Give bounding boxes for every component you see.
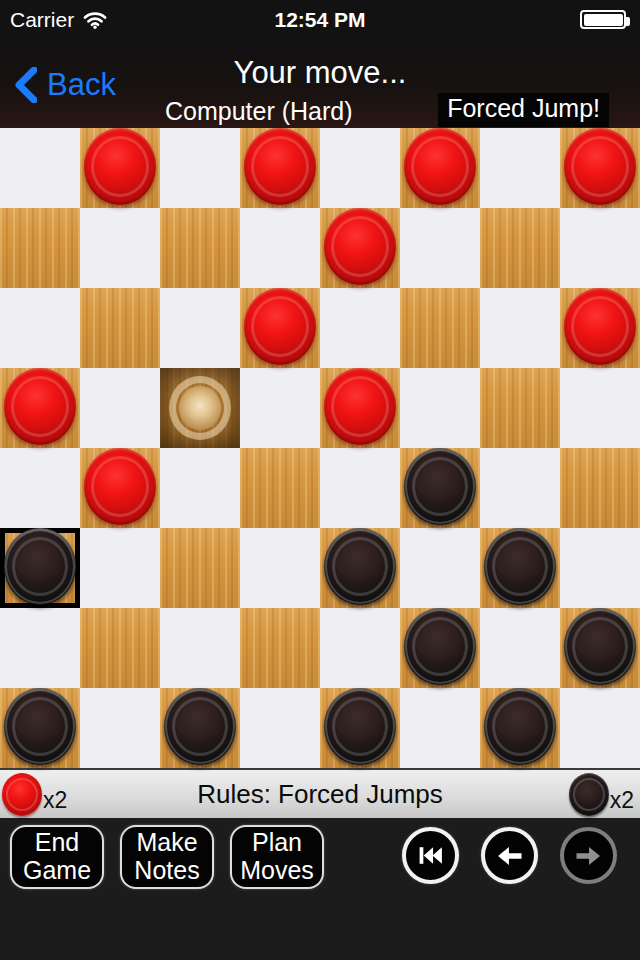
battery-fill	[584, 14, 623, 26]
red-piece[interactable]	[244, 128, 316, 205]
square-r4c6	[480, 448, 560, 528]
square-r6c7[interactable]	[560, 608, 640, 688]
square-r7c5	[400, 688, 480, 768]
black-piece[interactable]	[484, 688, 556, 765]
square-r1c5	[400, 208, 480, 288]
square-r5c5	[400, 528, 480, 608]
square-r2c1[interactable]	[80, 288, 160, 368]
square-r5c1	[80, 528, 160, 608]
red-piece-icon	[2, 773, 42, 816]
rules-label: Rules: Forced Jumps	[0, 779, 640, 810]
button-label: Game	[23, 856, 91, 885]
red-piece[interactable]	[4, 368, 76, 445]
square-r0c6	[480, 128, 560, 208]
button-label: Make	[136, 828, 197, 857]
square-r4c0	[0, 448, 80, 528]
square-r0c0	[0, 128, 80, 208]
black-captured-count: x2	[569, 773, 634, 816]
square-r4c5[interactable]	[400, 448, 480, 528]
button-label: Moves	[240, 856, 314, 885]
square-r1c6[interactable]	[480, 208, 560, 288]
square-r2c0	[0, 288, 80, 368]
rewind-icon	[417, 844, 445, 867]
black-piece[interactable]	[4, 688, 76, 765]
square-r0c3[interactable]	[240, 128, 320, 208]
back-arrow-icon	[495, 844, 524, 868]
red-piece[interactable]	[324, 208, 396, 285]
forced-jump-badge: Forced Jump!	[438, 93, 609, 127]
square-r7c4[interactable]	[320, 688, 400, 768]
square-r2c3[interactable]	[240, 288, 320, 368]
square-r4c2	[160, 448, 240, 528]
ghost-piece	[179, 386, 221, 430]
button-label: End	[35, 828, 79, 857]
square-r1c1	[80, 208, 160, 288]
square-r2c7[interactable]	[560, 288, 640, 368]
toolbar-button-group: End Game Make Notes Plan Moves	[10, 825, 324, 889]
square-r3c2[interactable]	[160, 368, 240, 448]
black-piece[interactable]	[484, 528, 556, 605]
square-r6c6	[480, 608, 560, 688]
red-piece[interactable]	[84, 448, 156, 525]
black-captured-label: x2	[610, 787, 634, 814]
square-r0c4	[320, 128, 400, 208]
square-r2c6	[480, 288, 560, 368]
square-r2c5[interactable]	[400, 288, 480, 368]
checkers-board	[0, 128, 640, 768]
undo-move-button[interactable]	[481, 827, 538, 884]
black-piece[interactable]	[324, 688, 396, 765]
black-piece[interactable]	[4, 528, 76, 605]
square-r7c6[interactable]	[480, 688, 560, 768]
red-captured-label: x2	[43, 787, 67, 814]
square-r6c1[interactable]	[80, 608, 160, 688]
square-r6c5[interactable]	[400, 608, 480, 688]
red-piece[interactable]	[244, 288, 316, 365]
square-r3c5	[400, 368, 480, 448]
square-r1c2[interactable]	[160, 208, 240, 288]
bottom-toolbar: End Game Make Notes Plan Moves	[0, 818, 640, 960]
black-piece[interactable]	[564, 608, 636, 685]
square-r5c3	[240, 528, 320, 608]
square-r5c4[interactable]	[320, 528, 400, 608]
black-piece[interactable]	[324, 528, 396, 605]
square-r4c7[interactable]	[560, 448, 640, 528]
status-bar: Carrier 12:54 PM	[0, 0, 640, 40]
black-piece[interactable]	[404, 448, 476, 525]
square-r5c7	[560, 528, 640, 608]
square-r3c4[interactable]	[320, 368, 400, 448]
square-r0c2	[160, 128, 240, 208]
square-r4c4	[320, 448, 400, 528]
square-r1c3	[240, 208, 320, 288]
app-screen: Carrier 12:54 PM Back Your move... Compu…	[0, 0, 640, 960]
square-r3c3	[240, 368, 320, 448]
rewind-to-start-button[interactable]	[402, 827, 459, 884]
end-game-button[interactable]: End Game	[10, 825, 104, 889]
black-piece[interactable]	[164, 688, 236, 765]
make-notes-button[interactable]: Make Notes	[120, 825, 214, 889]
square-r1c0[interactable]	[0, 208, 80, 288]
jump-destination-marker[interactable]	[169, 376, 231, 440]
forward-arrow-icon	[574, 844, 603, 868]
square-r3c7	[560, 368, 640, 448]
square-r7c1	[80, 688, 160, 768]
square-r4c1[interactable]	[80, 448, 160, 528]
square-r5c6[interactable]	[480, 528, 560, 608]
clock: 12:54 PM	[0, 8, 640, 32]
square-r4c3[interactable]	[240, 448, 320, 528]
red-piece[interactable]	[564, 288, 636, 365]
black-piece-icon	[569, 773, 609, 816]
square-r3c6[interactable]	[480, 368, 560, 448]
square-r6c2	[160, 608, 240, 688]
square-r1c7	[560, 208, 640, 288]
square-r6c0	[0, 608, 80, 688]
red-piece[interactable]	[324, 368, 396, 445]
square-r7c3	[240, 688, 320, 768]
battery-icon	[580, 10, 626, 29]
square-r6c4	[320, 608, 400, 688]
square-r0c1[interactable]	[80, 128, 160, 208]
red-piece[interactable]	[84, 128, 156, 205]
square-r2c4	[320, 288, 400, 368]
square-r5c2[interactable]	[160, 528, 240, 608]
black-piece[interactable]	[404, 608, 476, 685]
square-r2c2	[160, 288, 240, 368]
button-label: Notes	[134, 856, 199, 885]
red-captured-count: x2	[2, 773, 67, 816]
square-r0c7[interactable]	[560, 128, 640, 208]
square-r0c5[interactable]	[400, 128, 480, 208]
square-r1c4[interactable]	[320, 208, 400, 288]
red-piece[interactable]	[564, 128, 636, 205]
navigation-bar: Back Your move... Computer (Hard) Forced…	[0, 40, 640, 128]
red-piece[interactable]	[404, 128, 476, 205]
square-r6c3[interactable]	[240, 608, 320, 688]
opponent-label: Computer (Hard)	[165, 97, 353, 126]
move-navigation-group	[402, 827, 617, 884]
plan-moves-button[interactable]: Plan Moves	[230, 825, 324, 889]
square-r3c0[interactable]	[0, 368, 80, 448]
square-r3c1	[80, 368, 160, 448]
square-r7c2[interactable]	[160, 688, 240, 768]
square-r5c0[interactable]	[0, 528, 80, 608]
square-r7c0[interactable]	[0, 688, 80, 768]
turn-status-title: Your move...	[0, 55, 640, 91]
battery-nub	[626, 17, 630, 26]
captures-rules-bar: x2 Rules: Forced Jumps x2	[0, 768, 640, 818]
button-label: Plan	[252, 828, 302, 857]
redo-move-button[interactable]	[560, 827, 617, 884]
square-r7c7	[560, 688, 640, 768]
